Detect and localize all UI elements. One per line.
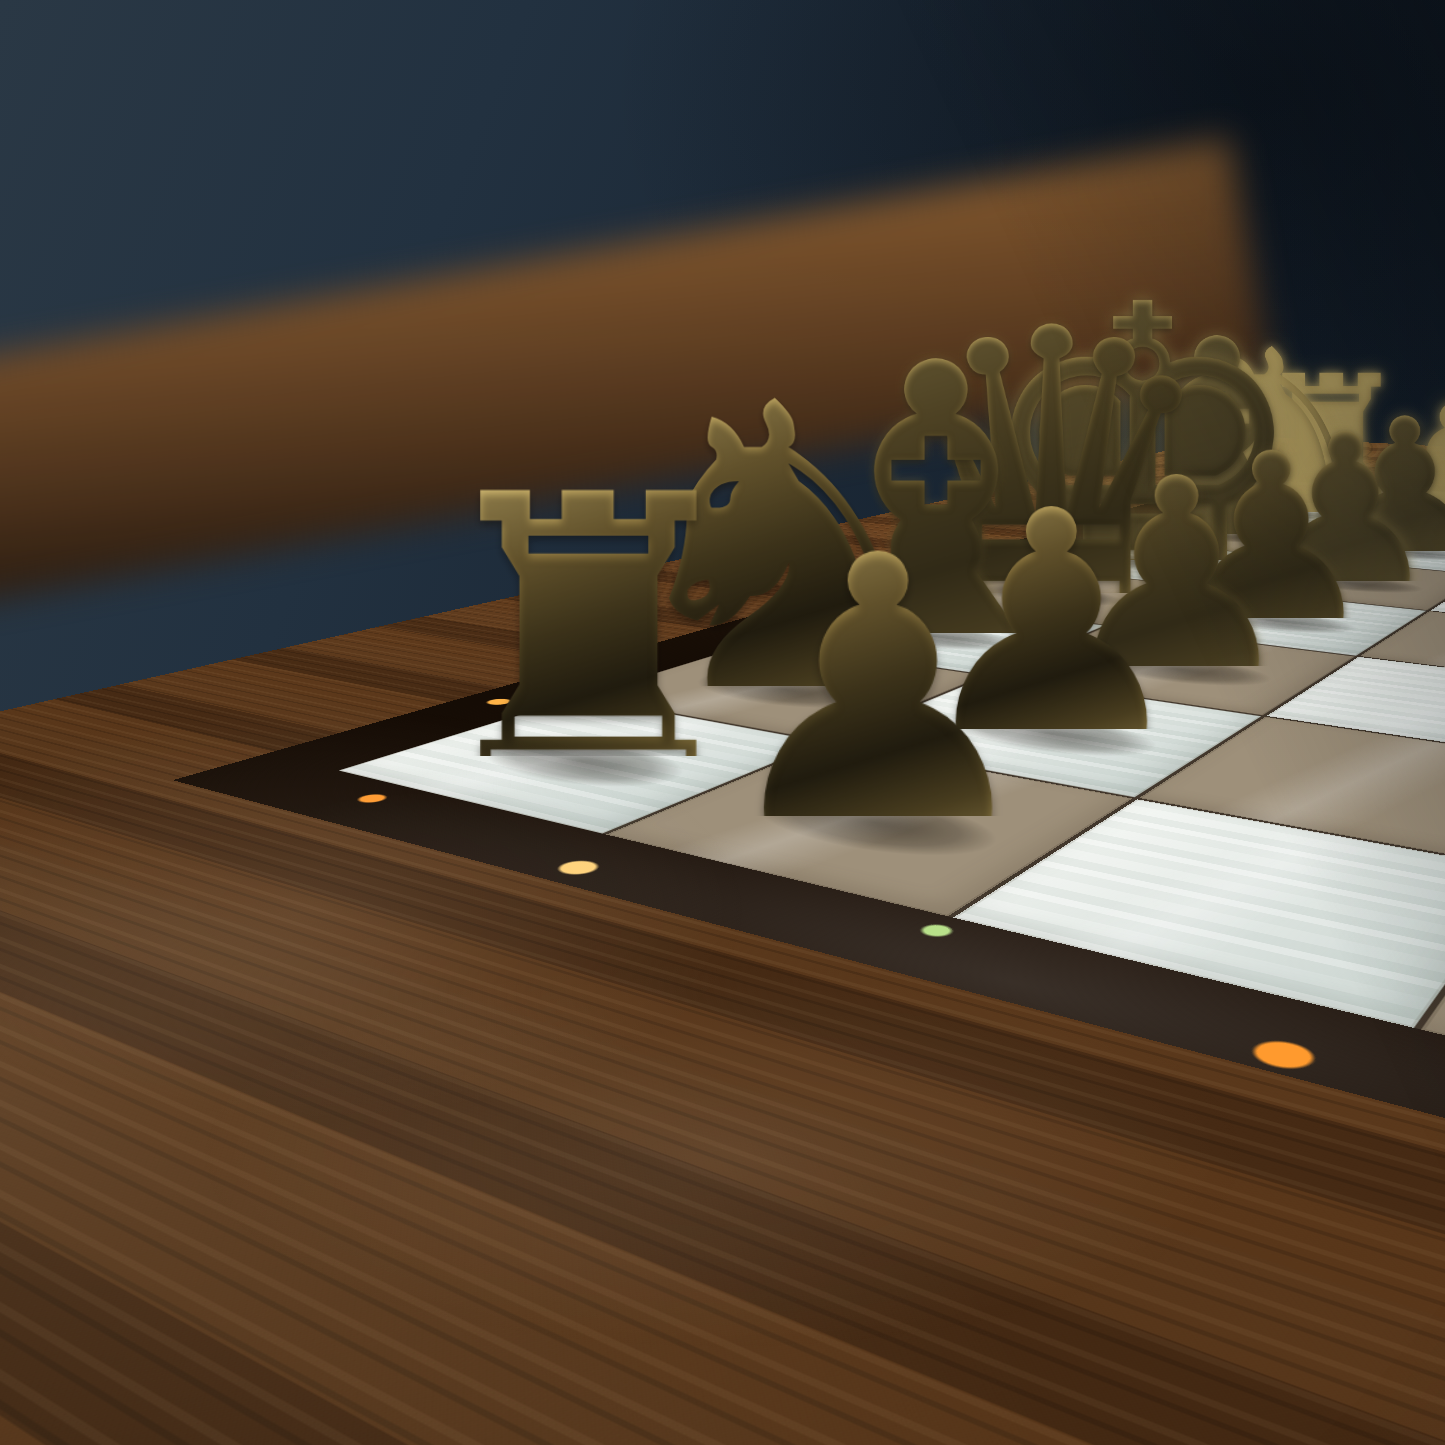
piece-brass-white-pawn-a2[interactable]: ♟ bbox=[408, 435, 1348, 816]
chess-photo-scene: ♜♟♞♟♝♟♚♟♛♟♝♟♞♟♜♟ bbox=[0, 0, 1445, 1445]
chess-board: ♜♟♞♟♝♟♚♟♛♟♝♟♞♟♜♟ bbox=[339, 481, 1445, 1445]
resin-border: ♜♟♞♟♝♟♚♟♛♟♝♟♞♟♜♟ bbox=[0, 0, 1445, 780]
square-a2[interactable]: ♟ bbox=[606, 743, 1132, 917]
perspective-scene: ♜♟♞♟♝♟♚♟♛♟♝♟♞♟♜♟ bbox=[0, 0, 1445, 1445]
walnut-table-top: ♜♟♞♟♝♟♚♟♛♟♝♟♞♟♜♟ bbox=[0, 0, 1445, 1212]
